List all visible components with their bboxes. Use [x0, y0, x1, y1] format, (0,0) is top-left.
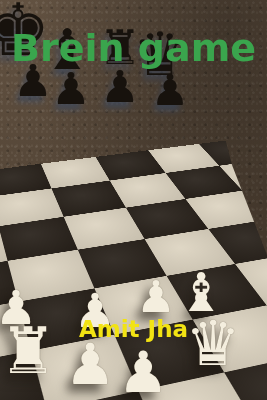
white-pawn-piece: ♟ — [136, 275, 175, 319]
black-pawn-piece: ♟ — [51, 67, 90, 111]
black-pawn-piece: ♟ — [151, 69, 190, 112]
black-pawn-piece: ♟ — [100, 65, 139, 109]
book-cover: Brein game Amit Jha ♚♝♜♛♟♟♟♟♟♜♟♟♟♝♛♟ — [0, 0, 267, 400]
white-pawn-piece: ♟ — [64, 336, 115, 393]
cover-author: Amit Jha — [0, 316, 267, 342]
cover-title: Brein game — [0, 26, 267, 70]
white-pawn-piece: ♟ — [117, 344, 168, 400]
